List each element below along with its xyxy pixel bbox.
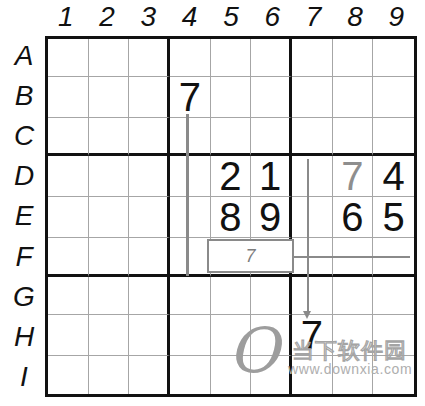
cell-D6: 1 bbox=[251, 156, 292, 197]
cell-H3 bbox=[129, 315, 170, 356]
cell-C6 bbox=[251, 118, 292, 156]
cell-A8 bbox=[333, 39, 374, 77]
row-label-H: H bbox=[4, 317, 44, 357]
cell-G2 bbox=[89, 277, 130, 315]
cell-A6 bbox=[251, 39, 292, 77]
cell-F2 bbox=[89, 238, 130, 276]
cell-G4 bbox=[170, 277, 211, 315]
cell-C5 bbox=[211, 118, 252, 156]
cell-I3 bbox=[129, 356, 170, 394]
cell-D9: 4 bbox=[373, 156, 414, 197]
cell-D4 bbox=[170, 156, 211, 197]
row-label-C: C bbox=[4, 116, 44, 156]
cell-F1 bbox=[48, 238, 89, 276]
column-label-8: 8 bbox=[334, 0, 375, 34]
cell-E5: 8 bbox=[211, 197, 252, 238]
cell-G9 bbox=[373, 277, 414, 315]
cell-C7 bbox=[292, 118, 333, 156]
cell-B7 bbox=[292, 77, 333, 118]
column-label-1: 1 bbox=[45, 0, 86, 34]
column-label-3: 3 bbox=[128, 0, 169, 34]
watermark-site-name: 当下软件园 bbox=[292, 338, 407, 363]
cell-C3 bbox=[129, 118, 170, 156]
cell-D5: 2 bbox=[211, 156, 252, 197]
row-label-B: B bbox=[4, 76, 44, 116]
column-label-9: 9 bbox=[376, 0, 417, 34]
cell-G1 bbox=[48, 277, 89, 315]
column-label-7: 7 bbox=[293, 0, 334, 34]
cell-B1 bbox=[48, 77, 89, 118]
cell-G5 bbox=[211, 277, 252, 315]
cell-H4 bbox=[170, 315, 211, 356]
cell-A7 bbox=[292, 39, 333, 77]
elimination-line-column4 bbox=[186, 114, 189, 276]
cell-G3 bbox=[129, 277, 170, 315]
cell-B2 bbox=[89, 77, 130, 118]
row-label-I: I bbox=[4, 357, 44, 397]
cell-B6 bbox=[251, 77, 292, 118]
cell-B5 bbox=[211, 77, 252, 118]
cell-F3 bbox=[129, 238, 170, 276]
row-label-D: D bbox=[4, 156, 44, 196]
cell-A9 bbox=[373, 39, 414, 77]
cell-G8 bbox=[333, 277, 374, 315]
cell-C9 bbox=[373, 118, 414, 156]
candidate-digit: 7 bbox=[245, 246, 255, 267]
cell-B3 bbox=[129, 77, 170, 118]
cell-E8: 6 bbox=[333, 197, 374, 238]
cell-C1 bbox=[48, 118, 89, 156]
row-label-E: E bbox=[4, 196, 44, 236]
column-label-6: 6 bbox=[252, 0, 293, 34]
cell-I4 bbox=[170, 356, 211, 394]
row-label-G: G bbox=[4, 277, 44, 317]
cell-C4 bbox=[170, 118, 211, 156]
cell-H1 bbox=[48, 315, 89, 356]
arrowhead-down-icon bbox=[303, 311, 311, 319]
cell-E2 bbox=[89, 197, 130, 238]
cell-F4 bbox=[170, 238, 211, 276]
cell-E3 bbox=[129, 197, 170, 238]
cell-I2 bbox=[89, 356, 130, 394]
column-label-5: 5 bbox=[210, 0, 251, 34]
cell-B8 bbox=[333, 77, 374, 118]
row-labels: ABCDEFGHI bbox=[4, 36, 44, 397]
cell-H2 bbox=[89, 315, 130, 356]
cell-A2 bbox=[89, 39, 130, 77]
cell-D7 bbox=[292, 156, 333, 197]
cell-B4: 7 bbox=[170, 77, 211, 118]
cell-C2 bbox=[89, 118, 130, 156]
cell-A4 bbox=[170, 39, 211, 77]
cell-B9 bbox=[373, 77, 414, 118]
row-label-F: F bbox=[4, 237, 44, 277]
sudoku-diagram: 123456789 ABCDEFGHI 7217489657 7 O 当下软件园… bbox=[0, 0, 425, 406]
cell-G7 bbox=[292, 277, 333, 315]
cell-A3 bbox=[129, 39, 170, 77]
column-label-2: 2 bbox=[86, 0, 127, 34]
cell-A1 bbox=[48, 39, 89, 77]
cell-D1 bbox=[48, 156, 89, 197]
cell-D8: 7 bbox=[333, 156, 374, 197]
cell-D2 bbox=[89, 156, 130, 197]
cell-D3 bbox=[129, 156, 170, 197]
cell-G6 bbox=[251, 277, 292, 315]
row-label-A: A bbox=[4, 36, 44, 76]
cell-A5 bbox=[211, 39, 252, 77]
cell-I1 bbox=[48, 356, 89, 394]
cell-E6: 9 bbox=[251, 197, 292, 238]
cell-E4 bbox=[170, 197, 211, 238]
cell-E7 bbox=[292, 197, 333, 238]
watermark-url: www.downxia.com bbox=[288, 361, 412, 377]
pointer-line-rowF bbox=[294, 256, 410, 259]
cell-E9: 5 bbox=[373, 197, 414, 238]
watermark-logo-icon: O bbox=[228, 320, 279, 382]
elimination-line-column7 bbox=[307, 159, 310, 312]
column-label-4: 4 bbox=[169, 0, 210, 34]
cell-C8 bbox=[333, 118, 374, 156]
candidate-box-F5-F6: 7 bbox=[207, 239, 294, 273]
cell-E1 bbox=[48, 197, 89, 238]
column-labels: 123456789 bbox=[45, 0, 417, 34]
